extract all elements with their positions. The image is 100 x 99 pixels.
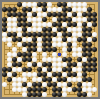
board-points [2,2,97,97]
board-point[interactable] [92,92,97,97]
blue-square-marker [58,53,61,56]
go-board[interactable] [0,0,100,99]
